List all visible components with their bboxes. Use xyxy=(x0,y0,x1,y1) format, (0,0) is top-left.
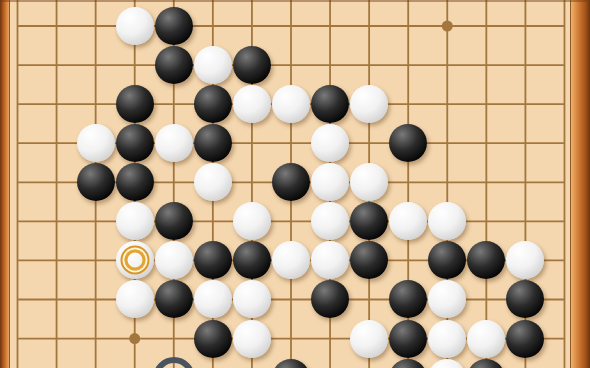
white-stone xyxy=(350,85,388,123)
white-stone xyxy=(350,320,388,358)
white-stone xyxy=(428,202,466,240)
black-stone xyxy=(389,124,427,162)
white-stone xyxy=(194,280,232,318)
white-stone xyxy=(77,124,115,162)
white-stone xyxy=(428,320,466,358)
white-stone xyxy=(155,241,193,279)
black-stone xyxy=(194,320,232,358)
black-stone xyxy=(194,124,232,162)
white-stone xyxy=(116,202,154,240)
white-stone xyxy=(311,124,349,162)
white-stone xyxy=(467,320,505,358)
white-stone xyxy=(311,163,349,201)
black-stone xyxy=(194,241,232,279)
top-edge-line xyxy=(0,0,590,2)
white-stone xyxy=(272,241,310,279)
black-stone xyxy=(233,241,271,279)
white-stone xyxy=(194,163,232,201)
black-stone xyxy=(467,241,505,279)
white-stone xyxy=(194,46,232,84)
black-stone xyxy=(311,85,349,123)
black-stone xyxy=(155,46,193,84)
white-stone xyxy=(272,85,310,123)
black-stone xyxy=(311,280,349,318)
black-stone xyxy=(272,163,310,201)
board-frame-right xyxy=(570,0,590,368)
board-frame-left xyxy=(0,0,10,368)
white-stone xyxy=(116,7,154,45)
black-stone xyxy=(155,202,193,240)
black-stone xyxy=(116,124,154,162)
black-stone xyxy=(155,280,193,318)
white-stone xyxy=(116,241,154,279)
black-stone xyxy=(389,320,427,358)
white-stone xyxy=(116,280,154,318)
black-stone xyxy=(428,241,466,279)
black-stone xyxy=(194,85,232,123)
white-stone xyxy=(311,202,349,240)
white-stone xyxy=(233,280,271,318)
white-stone xyxy=(311,241,349,279)
white-stone xyxy=(233,320,271,358)
black-stone xyxy=(116,85,154,123)
white-stone xyxy=(233,202,271,240)
black-stone xyxy=(506,280,544,318)
white-stone xyxy=(233,85,271,123)
black-stone xyxy=(233,46,271,84)
last-move-marker-icon xyxy=(124,250,145,271)
black-stone xyxy=(77,163,115,201)
white-stone xyxy=(350,163,388,201)
black-stone xyxy=(506,320,544,358)
black-stone xyxy=(350,202,388,240)
black-stone xyxy=(155,7,193,45)
white-stone xyxy=(428,280,466,318)
white-stone xyxy=(506,241,544,279)
white-stone xyxy=(389,202,427,240)
black-stone xyxy=(389,280,427,318)
black-stone xyxy=(350,241,388,279)
go-app-screenshot xyxy=(0,0,590,368)
white-stone xyxy=(155,124,193,162)
black-stone xyxy=(116,163,154,201)
